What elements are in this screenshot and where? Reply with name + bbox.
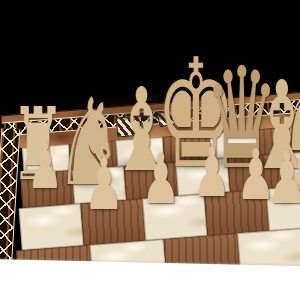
piece-white-pawn-f2[interactable]: ♟: [139, 144, 182, 214]
piece-white-pawn-g2[interactable]: ♟: [82, 148, 127, 220]
photo-bottom-margin: [0, 259, 300, 300]
chess-photo: ♜♞♝♚♛♝♞♟♟♟♟♟♟♟: [0, 0, 300, 300]
piece-white-pawn-h2[interactable]: ♟: [25, 134, 65, 198]
piece-white-pawn-c2[interactable]: ♟: [265, 142, 300, 214]
board-squares: [0, 0, 286, 12]
piece-white-pawn-e2[interactable]: ♟: [191, 139, 233, 207]
